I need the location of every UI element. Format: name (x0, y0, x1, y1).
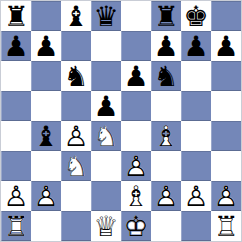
square-d4[interactable]: ♞♘ (91, 121, 121, 151)
piece-black-king[interactable]: ♚ (181, 1, 211, 31)
piece-outline-glyph: ♙ (121, 151, 151, 181)
piece-white-bishop[interactable]: ♝♗ (121, 181, 151, 211)
piece-glyph: ♝ (61, 1, 91, 31)
piece-outline-glyph: ♖ (211, 211, 241, 241)
square-g1[interactable] (181, 211, 211, 241)
piece-outline-glyph: ♙ (181, 181, 211, 211)
piece-glyph: ♟ (1, 31, 31, 61)
square-c6[interactable]: ♞ (61, 61, 91, 91)
square-h2[interactable]: ♟♙ (211, 181, 241, 211)
piece-white-bishop[interactable]: ♝♗ (151, 121, 181, 151)
piece-glyph: ♟ (91, 91, 121, 121)
square-h4[interactable] (211, 121, 241, 151)
square-b3[interactable] (31, 151, 61, 181)
piece-glyph: ♟ (211, 31, 241, 61)
piece-black-knight[interactable]: ♞ (151, 61, 181, 91)
square-b8[interactable] (31, 1, 61, 31)
square-d7[interactable] (91, 31, 121, 61)
square-a2[interactable]: ♟♙ (1, 181, 31, 211)
square-f1[interactable] (151, 211, 181, 241)
square-d6[interactable] (91, 61, 121, 91)
piece-outline-glyph: ♙ (31, 181, 61, 211)
piece-outline-glyph: ♕ (91, 211, 121, 241)
square-e6[interactable]: ♟ (121, 61, 151, 91)
square-e1[interactable]: ♚♔ (121, 211, 151, 241)
square-c2[interactable] (61, 181, 91, 211)
square-b1[interactable] (31, 211, 61, 241)
square-b2[interactable]: ♟♙ (31, 181, 61, 211)
square-a4[interactable] (1, 121, 31, 151)
square-g3[interactable] (181, 151, 211, 181)
square-a8[interactable]: ♜ (1, 1, 31, 31)
square-c5[interactable] (61, 91, 91, 121)
square-b6[interactable] (31, 61, 61, 91)
square-a5[interactable] (1, 91, 31, 121)
square-g6[interactable] (181, 61, 211, 91)
piece-white-rook[interactable]: ♜♖ (1, 211, 31, 241)
square-h6[interactable] (211, 61, 241, 91)
square-d1[interactable]: ♛♕ (91, 211, 121, 241)
square-g8[interactable]: ♚ (181, 1, 211, 31)
piece-glyph: ♟ (181, 31, 211, 61)
piece-glyph: ♚ (181, 1, 211, 31)
piece-outline-glyph: ♔ (121, 211, 151, 241)
square-c3[interactable]: ♞♘ (61, 151, 91, 181)
square-f5[interactable] (151, 91, 181, 121)
piece-glyph: ♜ (151, 1, 181, 31)
square-c1[interactable] (61, 211, 91, 241)
piece-black-pawn[interactable]: ♟ (181, 31, 211, 61)
square-f4[interactable]: ♝♗ (151, 121, 181, 151)
square-c7[interactable] (61, 31, 91, 61)
square-b7[interactable]: ♟ (31, 31, 61, 61)
chess-board: ♜♝♛♜♚♟♟♟♟♟♞♟♞♟♝♟♙♞♘♝♗♞♘♟♙♟♙♟♙♝♗♟♙♟♙♟♙♜♖♛… (0, 0, 242, 242)
piece-white-pawn[interactable]: ♟♙ (31, 181, 61, 211)
square-a7[interactable]: ♟ (1, 31, 31, 61)
piece-white-rook[interactable]: ♜♖ (211, 211, 241, 241)
square-b4[interactable]: ♝ (31, 121, 61, 151)
square-d5[interactable]: ♟ (91, 91, 121, 121)
square-g2[interactable]: ♟♙ (181, 181, 211, 211)
square-g7[interactable]: ♟ (181, 31, 211, 61)
piece-white-pawn[interactable]: ♟♙ (1, 181, 31, 211)
piece-glyph: ♟ (31, 31, 61, 61)
piece-glyph: ♝ (31, 121, 61, 151)
square-c4[interactable]: ♟♙ (61, 121, 91, 151)
square-g5[interactable] (181, 91, 211, 121)
piece-black-rook[interactable]: ♜ (151, 1, 181, 31)
piece-white-pawn[interactable]: ♟♙ (211, 181, 241, 211)
square-f7[interactable]: ♟ (151, 31, 181, 61)
piece-white-king[interactable]: ♚♔ (121, 211, 151, 241)
square-h3[interactable] (211, 151, 241, 181)
piece-black-pawn[interactable]: ♟ (151, 31, 181, 61)
piece-black-bishop[interactable]: ♝ (61, 1, 91, 31)
square-f3[interactable] (151, 151, 181, 181)
piece-white-knight[interactable]: ♞♘ (61, 151, 91, 181)
square-f2[interactable]: ♟♙ (151, 181, 181, 211)
square-d8[interactable]: ♛ (91, 1, 121, 31)
piece-white-pawn[interactable]: ♟♙ (61, 121, 91, 151)
square-f8[interactable]: ♜ (151, 1, 181, 31)
piece-black-queen[interactable]: ♛ (91, 1, 121, 31)
square-d2[interactable] (91, 181, 121, 211)
square-e2[interactable]: ♝♗ (121, 181, 151, 211)
square-c8[interactable]: ♝ (61, 1, 91, 31)
square-e7[interactable] (121, 31, 151, 61)
piece-white-pawn[interactable]: ♟♙ (181, 181, 211, 211)
piece-outline-glyph: ♖ (1, 211, 31, 241)
square-e5[interactable] (121, 91, 151, 121)
square-e4[interactable] (121, 121, 151, 151)
piece-outline-glyph: ♗ (151, 121, 181, 151)
piece-outline-glyph: ♙ (211, 181, 241, 211)
piece-black-pawn[interactable]: ♟ (31, 31, 61, 61)
piece-outline-glyph: ♘ (91, 121, 121, 151)
piece-white-knight[interactable]: ♞♘ (91, 121, 121, 151)
piece-black-rook[interactable]: ♜ (1, 1, 31, 31)
piece-black-pawn[interactable]: ♟ (211, 31, 241, 61)
square-a6[interactable] (1, 61, 31, 91)
piece-glyph: ♞ (151, 61, 181, 91)
square-h7[interactable]: ♟ (211, 31, 241, 61)
square-e8[interactable] (121, 1, 151, 31)
piece-white-pawn[interactable]: ♟♙ (121, 151, 151, 181)
square-a1[interactable]: ♜♖ (1, 211, 31, 241)
square-g4[interactable] (181, 121, 211, 151)
piece-outline-glyph: ♙ (61, 121, 91, 151)
piece-black-bishop[interactable]: ♝ (31, 121, 61, 151)
square-f6[interactable]: ♞ (151, 61, 181, 91)
piece-outline-glyph: ♙ (151, 181, 181, 211)
piece-glyph: ♛ (91, 1, 121, 31)
square-h8[interactable] (211, 1, 241, 31)
piece-glyph: ♟ (121, 61, 151, 91)
piece-black-knight[interactable]: ♞ (61, 61, 91, 91)
square-d3[interactable] (91, 151, 121, 181)
square-h5[interactable] (211, 91, 241, 121)
piece-outline-glyph: ♗ (121, 181, 151, 211)
square-a3[interactable] (1, 151, 31, 181)
piece-outline-glyph: ♘ (61, 151, 91, 181)
piece-white-queen[interactable]: ♛♕ (91, 211, 121, 241)
piece-white-pawn[interactable]: ♟♙ (151, 181, 181, 211)
piece-glyph: ♟ (151, 31, 181, 61)
piece-glyph: ♞ (61, 61, 91, 91)
piece-outline-glyph: ♙ (1, 181, 31, 211)
piece-glyph: ♜ (1, 1, 31, 31)
piece-black-pawn[interactable]: ♟ (121, 61, 151, 91)
piece-black-pawn[interactable]: ♟ (1, 31, 31, 61)
square-b5[interactable] (31, 91, 61, 121)
piece-black-pawn[interactable]: ♟ (91, 91, 121, 121)
square-e3[interactable]: ♟♙ (121, 151, 151, 181)
square-h1[interactable]: ♜♖ (211, 211, 241, 241)
